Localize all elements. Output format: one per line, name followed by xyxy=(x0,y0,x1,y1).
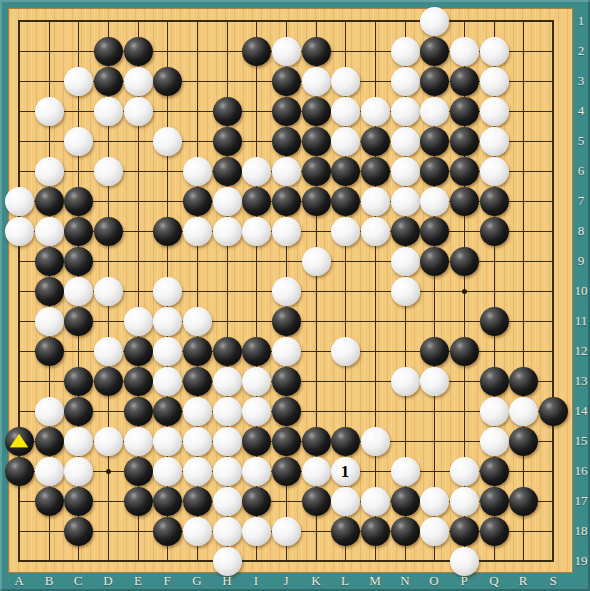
stone-white-F15[interactable] xyxy=(153,427,182,456)
stone-white-N13[interactable] xyxy=(391,367,420,396)
stone-white-Q15[interactable] xyxy=(480,427,509,456)
stone-white-G18[interactable] xyxy=(183,517,212,546)
stone-black-P7[interactable] xyxy=(450,187,479,216)
stone-black-F14[interactable] xyxy=(153,397,182,426)
stone-black-O8[interactable] xyxy=(420,217,449,246)
stone-white-Q14[interactable] xyxy=(480,397,509,426)
stone-white-D4[interactable] xyxy=(94,97,123,126)
stone-black-J15[interactable] xyxy=(272,427,301,456)
stone-white-P16[interactable] xyxy=(450,457,479,486)
stone-black-E14[interactable] xyxy=(124,397,153,426)
stone-black-C17[interactable] xyxy=(64,487,93,516)
stone-white-F16[interactable] xyxy=(153,457,182,486)
stone-black-F8[interactable] xyxy=(153,217,182,246)
stone-white-G11[interactable] xyxy=(183,307,212,336)
column-label-Q: Q xyxy=(489,573,498,589)
stone-white-M4[interactable] xyxy=(361,97,390,126)
stone-black-O5[interactable] xyxy=(420,127,449,156)
stone-white-B4[interactable] xyxy=(35,97,64,126)
stone-white-M17[interactable] xyxy=(361,487,390,516)
stone-black-N17[interactable] xyxy=(391,487,420,516)
stone-white-N9[interactable] xyxy=(391,247,420,276)
row-label-8: 8 xyxy=(578,223,585,239)
stone-white-I18[interactable] xyxy=(242,517,271,546)
go-app-frame: 1 ABCDEFGHIJKLMNOPQRS 123456789101112131… xyxy=(0,0,590,591)
stone-black-P12[interactable] xyxy=(450,337,479,366)
row-label-11: 11 xyxy=(575,313,588,329)
row-label-7: 7 xyxy=(578,193,585,209)
stone-white-N5[interactable] xyxy=(391,127,420,156)
stone-white-B14[interactable] xyxy=(35,397,64,426)
stone-white-D15[interactable] xyxy=(94,427,123,456)
stone-white-N7[interactable] xyxy=(391,187,420,216)
stone-white-L8[interactable] xyxy=(331,217,360,246)
stone-black-B10[interactable] xyxy=(35,277,64,306)
stone-white-L12[interactable] xyxy=(331,337,360,366)
stone-white-E3[interactable] xyxy=(124,67,153,96)
stone-black-Q16[interactable] xyxy=(480,457,509,486)
stone-black-P18[interactable] xyxy=(450,517,479,546)
row-label-3: 3 xyxy=(578,73,585,89)
stone-white-N3[interactable] xyxy=(391,67,420,96)
stone-black-A15[interactable] xyxy=(5,427,34,456)
column-label-O: O xyxy=(429,573,438,589)
stone-white-G6[interactable] xyxy=(183,157,212,186)
stone-black-C11[interactable] xyxy=(64,307,93,336)
stone-white-H7[interactable] xyxy=(213,187,242,216)
stone-white-Q5[interactable] xyxy=(480,127,509,156)
stone-black-M6[interactable] xyxy=(361,157,390,186)
stone-black-P4[interactable] xyxy=(450,97,479,126)
stone-black-K2[interactable] xyxy=(302,37,331,66)
row-label-2: 2 xyxy=(578,43,585,59)
stone-white-A8[interactable] xyxy=(5,217,34,246)
stone-white-Q2[interactable] xyxy=(480,37,509,66)
hoshi-point xyxy=(106,469,111,474)
move-number-label: 1 xyxy=(331,457,360,486)
stone-black-C7[interactable] xyxy=(64,187,93,216)
stone-black-C18[interactable] xyxy=(64,517,93,546)
hoshi-point xyxy=(462,289,467,294)
stone-white-H8[interactable] xyxy=(213,217,242,246)
stone-black-J13[interactable] xyxy=(272,367,301,396)
stone-black-S14[interactable] xyxy=(539,397,568,426)
stone-black-G7[interactable] xyxy=(183,187,212,216)
stone-black-J4[interactable] xyxy=(272,97,301,126)
stone-black-F17[interactable] xyxy=(153,487,182,516)
row-label-16: 16 xyxy=(575,463,588,479)
stone-black-H6[interactable] xyxy=(213,157,242,186)
stone-black-B9[interactable] xyxy=(35,247,64,276)
stone-black-Q11[interactable] xyxy=(480,307,509,336)
stone-white-O18[interactable] xyxy=(420,517,449,546)
stone-white-C10[interactable] xyxy=(64,277,93,306)
stone-black-R17[interactable] xyxy=(509,487,538,516)
stone-black-P9[interactable] xyxy=(450,247,479,276)
row-label-15: 15 xyxy=(575,433,588,449)
stone-white-J6[interactable] xyxy=(272,157,301,186)
stone-white-G16[interactable] xyxy=(183,457,212,486)
stone-black-K6[interactable] xyxy=(302,157,331,186)
stone-white-I6[interactable] xyxy=(242,157,271,186)
stone-black-P3[interactable] xyxy=(450,67,479,96)
stone-white-F10[interactable] xyxy=(153,277,182,306)
stone-black-N8[interactable] xyxy=(391,217,420,246)
stone-black-I2[interactable] xyxy=(242,37,271,66)
stone-white-H13[interactable] xyxy=(213,367,242,396)
stone-white-B6[interactable] xyxy=(35,157,64,186)
row-label-9: 9 xyxy=(578,253,585,269)
stone-black-I17[interactable] xyxy=(242,487,271,516)
stone-white-O7[interactable] xyxy=(420,187,449,216)
stone-white-N10[interactable] xyxy=(391,277,420,306)
row-label-19: 19 xyxy=(575,553,588,569)
triangle-marker-icon xyxy=(10,434,29,448)
stone-white-M7[interactable] xyxy=(361,187,390,216)
stone-black-E12[interactable] xyxy=(124,337,153,366)
stone-white-P19[interactable] xyxy=(450,547,479,576)
stone-black-P5[interactable] xyxy=(450,127,479,156)
stone-white-N4[interactable] xyxy=(391,97,420,126)
stone-black-H4[interactable] xyxy=(213,97,242,126)
column-label-B: B xyxy=(45,573,54,589)
stone-black-E2[interactable] xyxy=(124,37,153,66)
stone-white-C15[interactable] xyxy=(64,427,93,456)
row-label-6: 6 xyxy=(578,163,585,179)
stone-white-I14[interactable] xyxy=(242,397,271,426)
stone-white-O17[interactable] xyxy=(420,487,449,516)
stone-black-O12[interactable] xyxy=(420,337,449,366)
stone-black-I7[interactable] xyxy=(242,187,271,216)
stone-black-J5[interactable] xyxy=(272,127,301,156)
stone-white-I13[interactable] xyxy=(242,367,271,396)
stone-white-E11[interactable] xyxy=(124,307,153,336)
stone-white-Q6[interactable] xyxy=(480,157,509,186)
stone-black-J14[interactable] xyxy=(272,397,301,426)
stone-black-I15[interactable] xyxy=(242,427,271,456)
stone-black-N18[interactable] xyxy=(391,517,420,546)
stone-black-Q13[interactable] xyxy=(480,367,509,396)
column-label-R: R xyxy=(519,573,528,589)
stone-black-F3[interactable] xyxy=(153,67,182,96)
stone-black-K4[interactable] xyxy=(302,97,331,126)
stone-white-F13[interactable] xyxy=(153,367,182,396)
stone-white-L4[interactable] xyxy=(331,97,360,126)
stone-white-F11[interactable] xyxy=(153,307,182,336)
stone-black-K17[interactable] xyxy=(302,487,331,516)
stone-black-C9[interactable] xyxy=(64,247,93,276)
stone-white-N2[interactable] xyxy=(391,37,420,66)
stone-white-I16[interactable] xyxy=(242,457,271,486)
stone-black-O9[interactable] xyxy=(420,247,449,276)
stone-white-G14[interactable] xyxy=(183,397,212,426)
stone-white-Q3[interactable] xyxy=(480,67,509,96)
stone-white-B16[interactable] xyxy=(35,457,64,486)
column-label-K: K xyxy=(311,573,320,589)
stone-black-J11[interactable] xyxy=(272,307,301,336)
stone-white-H15[interactable] xyxy=(213,427,242,456)
stone-white-D10[interactable] xyxy=(94,277,123,306)
stone-black-E17[interactable] xyxy=(124,487,153,516)
stone-black-G13[interactable] xyxy=(183,367,212,396)
column-label-P: P xyxy=(460,573,467,589)
stone-black-R13[interactable] xyxy=(509,367,538,396)
stone-white-J8[interactable] xyxy=(272,217,301,246)
row-label-14: 14 xyxy=(575,403,588,419)
stone-white-L17[interactable] xyxy=(331,487,360,516)
stone-white-R14[interactable] xyxy=(509,397,538,426)
stone-white-H18[interactable] xyxy=(213,517,242,546)
stone-black-A16[interactable] xyxy=(5,457,34,486)
column-label-E: E xyxy=(134,573,142,589)
stone-white-O4[interactable] xyxy=(420,97,449,126)
stone-white-C5[interactable] xyxy=(64,127,93,156)
column-label-D: D xyxy=(103,573,112,589)
stone-white-K9[interactable] xyxy=(302,247,331,276)
stone-black-J3[interactable] xyxy=(272,67,301,96)
stone-black-E13[interactable] xyxy=(124,367,153,396)
stone-white-I8[interactable] xyxy=(242,217,271,246)
row-label-12: 12 xyxy=(575,343,588,359)
stone-black-H12[interactable] xyxy=(213,337,242,366)
stone-black-O6[interactable] xyxy=(420,157,449,186)
column-label-J: J xyxy=(283,573,288,589)
row-label-4: 4 xyxy=(578,103,585,119)
column-label-I: I xyxy=(254,573,258,589)
column-label-A: A xyxy=(14,573,23,589)
stone-white-H14[interactable] xyxy=(213,397,242,426)
stone-white-N16[interactable] xyxy=(391,457,420,486)
stone-black-G12[interactable] xyxy=(183,337,212,366)
stone-black-F18[interactable] xyxy=(153,517,182,546)
stone-white-L16[interactable]: 1 xyxy=(331,457,360,486)
stone-black-O2[interactable] xyxy=(420,37,449,66)
stone-black-O3[interactable] xyxy=(420,67,449,96)
stone-white-O13[interactable] xyxy=(420,367,449,396)
stone-black-R15[interactable] xyxy=(509,427,538,456)
stone-black-D3[interactable] xyxy=(94,67,123,96)
row-label-13: 13 xyxy=(575,373,588,389)
stone-black-L7[interactable] xyxy=(331,187,360,216)
stone-white-A7[interactable] xyxy=(5,187,34,216)
stone-white-L5[interactable] xyxy=(331,127,360,156)
stone-white-Q4[interactable] xyxy=(480,97,509,126)
stone-white-O1[interactable] xyxy=(420,7,449,36)
column-label-L: L xyxy=(341,573,349,589)
stone-black-K7[interactable] xyxy=(302,187,331,216)
stone-black-M18[interactable] xyxy=(361,517,390,546)
row-label-18: 18 xyxy=(575,523,588,539)
stone-black-K15[interactable] xyxy=(302,427,331,456)
stone-black-D2[interactable] xyxy=(94,37,123,66)
stone-black-B17[interactable] xyxy=(35,487,64,516)
stone-black-B7[interactable] xyxy=(35,187,64,216)
column-label-G: G xyxy=(192,573,201,589)
stone-black-L6[interactable] xyxy=(331,157,360,186)
stone-black-Q7[interactable] xyxy=(480,187,509,216)
stone-white-J18[interactable] xyxy=(272,517,301,546)
stone-white-K16[interactable] xyxy=(302,457,331,486)
stone-black-C13[interactable] xyxy=(64,367,93,396)
column-label-C: C xyxy=(74,573,83,589)
stone-white-B8[interactable] xyxy=(35,217,64,246)
stone-black-Q8[interactable] xyxy=(480,217,509,246)
stone-white-B11[interactable] xyxy=(35,307,64,336)
stone-black-B15[interactable] xyxy=(35,427,64,456)
stone-white-F5[interactable] xyxy=(153,127,182,156)
stone-black-J7[interactable] xyxy=(272,187,301,216)
stone-black-H5[interactable] xyxy=(213,127,242,156)
stone-white-G8[interactable] xyxy=(183,217,212,246)
stone-white-J12[interactable] xyxy=(272,337,301,366)
stone-white-J10[interactable] xyxy=(272,277,301,306)
stone-black-L18[interactable] xyxy=(331,517,360,546)
stone-white-M15[interactable] xyxy=(361,427,390,456)
column-label-N: N xyxy=(400,573,409,589)
stone-black-J16[interactable] xyxy=(272,457,301,486)
stone-black-C14[interactable] xyxy=(64,397,93,426)
stone-black-Q18[interactable] xyxy=(480,517,509,546)
row-label-17: 17 xyxy=(575,493,588,509)
column-label-F: F xyxy=(163,573,170,589)
stone-black-C8[interactable] xyxy=(64,217,93,246)
stone-black-M5[interactable] xyxy=(361,127,390,156)
stone-black-K5[interactable] xyxy=(302,127,331,156)
stone-black-G17[interactable] xyxy=(183,487,212,516)
stone-white-C16[interactable] xyxy=(64,457,93,486)
column-label-M: M xyxy=(369,573,381,589)
column-label-S: S xyxy=(549,573,556,589)
stone-black-P6[interactable] xyxy=(450,157,479,186)
row-label-10: 10 xyxy=(575,283,588,299)
stone-white-F12[interactable] xyxy=(153,337,182,366)
stone-black-E16[interactable] xyxy=(124,457,153,486)
stone-white-C3[interactable] xyxy=(64,67,93,96)
stone-black-D13[interactable] xyxy=(94,367,123,396)
stone-white-G15[interactable] xyxy=(183,427,212,456)
stone-white-E15[interactable] xyxy=(124,427,153,456)
stone-white-L3[interactable] xyxy=(331,67,360,96)
stone-white-P2[interactable] xyxy=(450,37,479,66)
stone-white-J2[interactable] xyxy=(272,37,301,66)
stone-white-P17[interactable] xyxy=(450,487,479,516)
stone-black-L15[interactable] xyxy=(331,427,360,456)
stone-black-B12[interactable] xyxy=(35,337,64,366)
stone-black-D8[interactable] xyxy=(94,217,123,246)
stone-black-Q17[interactable] xyxy=(480,487,509,516)
stone-white-H19[interactable] xyxy=(213,547,242,576)
stone-white-N6[interactable] xyxy=(391,157,420,186)
stone-white-D6[interactable] xyxy=(94,157,123,186)
stone-black-I12[interactable] xyxy=(242,337,271,366)
column-label-H: H xyxy=(222,573,231,589)
row-label-1: 1 xyxy=(578,13,585,29)
stone-white-H17[interactable] xyxy=(213,487,242,516)
stone-white-D12[interactable] xyxy=(94,337,123,366)
stone-white-E4[interactable] xyxy=(124,97,153,126)
stone-white-M8[interactable] xyxy=(361,217,390,246)
stone-white-K3[interactable] xyxy=(302,67,331,96)
stone-white-H16[interactable] xyxy=(213,457,242,486)
row-label-5: 5 xyxy=(578,133,585,149)
